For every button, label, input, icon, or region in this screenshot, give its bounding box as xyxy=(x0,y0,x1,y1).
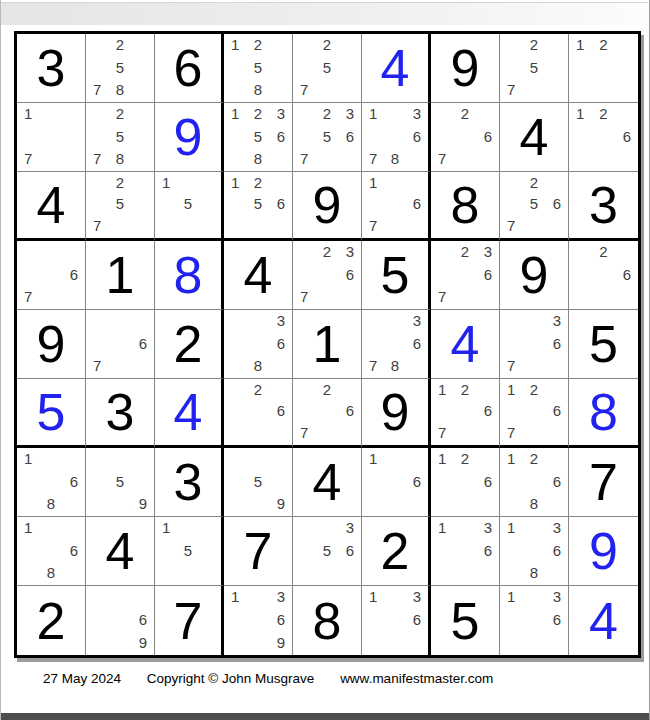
given-digit: 3 xyxy=(155,448,221,516)
pencil-mark-pos-1 xyxy=(300,382,318,401)
pencil-mark-pos-8 xyxy=(249,214,267,233)
pencil-mark-pos-2 xyxy=(386,313,403,333)
pencil-mark-pos-5: 5 xyxy=(111,471,129,491)
pencil-mark-pos-2 xyxy=(42,244,60,264)
cell-r8c8[interactable]: 1368 xyxy=(500,517,569,586)
given-digit: 4 xyxy=(86,517,154,585)
pencil-mark-pos-8: 8 xyxy=(525,491,543,511)
pencil-marks: 1368 xyxy=(500,517,568,585)
cell-r5c9[interactable]: 5 xyxy=(569,310,638,379)
footer: 27 May 2024 Copyright © John Musgrave ww… xyxy=(43,671,639,686)
pencil-mark-pos-2 xyxy=(525,313,543,333)
pencil-mark-pos-5: 5 xyxy=(249,126,267,146)
cell-r5c6[interactable]: 3678 xyxy=(362,310,431,379)
cell-r4c6[interactable]: 5 xyxy=(362,241,431,310)
pencil-mark-pos-6: 6 xyxy=(60,540,78,560)
cell-r7c3[interactable]: 3 xyxy=(155,448,224,517)
cell-r2c4[interactable]: 123568 xyxy=(224,103,293,172)
given-digit: 7 xyxy=(155,586,221,655)
pencil-mark-pos-6: 6 xyxy=(336,401,354,420)
pencil-mark-pos-6 xyxy=(267,57,285,77)
cell-r8c4[interactable]: 7 xyxy=(224,517,293,586)
pencil-marks: 356 xyxy=(293,517,361,585)
pencil-mark-pos-1 xyxy=(300,244,318,264)
cell-r7c9[interactable]: 7 xyxy=(569,448,638,517)
cell-r4c5[interactable]: 2367 xyxy=(293,241,362,310)
pencil-mark-pos-5 xyxy=(525,333,543,353)
cell-r5c1[interactable]: 9 xyxy=(17,310,86,379)
pencil-mark-pos-4 xyxy=(369,126,386,146)
pencil-mark-pos-1 xyxy=(300,106,318,126)
pencil-mark-pos-9: 9 xyxy=(129,491,147,511)
pencil-mark-pos-5: 5 xyxy=(318,57,336,77)
pencil-mark-pos-7 xyxy=(507,491,525,511)
pencil-mark-pos-3 xyxy=(197,175,214,194)
entered-digit: 8 xyxy=(155,241,221,309)
cell-r8c9[interactable]: 9 xyxy=(569,517,638,586)
pencil-mark-pos-5 xyxy=(456,540,474,560)
pencil-marks: 1369 xyxy=(224,586,292,655)
pencil-mark-pos-6 xyxy=(129,194,147,213)
pencil-mark-pos-7 xyxy=(231,630,249,650)
pencil-mark-pos-4 xyxy=(93,57,111,77)
cell-r3c1[interactable]: 4 xyxy=(17,172,86,241)
cell-r1c8[interactable]: 257 xyxy=(500,34,569,103)
pencil-marks: 26 xyxy=(224,379,292,445)
cell-r1c2[interactable]: 2578 xyxy=(86,34,155,103)
pencil-mark-pos-3 xyxy=(267,175,285,194)
given-digit: 5 xyxy=(431,586,499,655)
pencil-mark-pos-1: 1 xyxy=(24,106,42,126)
cell-r9c7[interactable]: 5 xyxy=(431,586,500,655)
pencil-mark-pos-9 xyxy=(60,284,78,304)
pencil-mark-pos-7: 7 xyxy=(507,353,525,373)
pencil-mark-pos-3 xyxy=(60,244,78,264)
pencil-mark-pos-9 xyxy=(129,146,147,166)
pencil-mark-pos-7: 7 xyxy=(369,353,386,373)
pencil-mark-pos-3: 3 xyxy=(267,313,285,333)
pencil-mark-pos-8 xyxy=(386,630,403,650)
cell-r3c8[interactable]: 2567 xyxy=(500,172,569,241)
pencil-mark-pos-7 xyxy=(24,560,42,580)
pencil-mark-pos-4 xyxy=(93,126,111,146)
pencil-mark-pos-2: 2 xyxy=(525,382,543,401)
cell-r9c3[interactable]: 7 xyxy=(155,586,224,655)
pencil-mark-pos-6 xyxy=(613,57,631,77)
cell-r2c8[interactable]: 4 xyxy=(500,103,569,172)
cell-r3c6[interactable]: 167 xyxy=(362,172,431,241)
pencil-mark-pos-4 xyxy=(438,401,456,420)
given-digit: 8 xyxy=(293,586,361,655)
pencil-mark-pos-1 xyxy=(93,589,111,609)
cell-r1c7[interactable]: 9 xyxy=(431,34,500,103)
pencil-mark-pos-6 xyxy=(129,126,147,146)
pencil-mark-pos-9 xyxy=(474,421,492,440)
pencil-marks: 69 xyxy=(86,586,154,655)
cell-r9c2[interactable]: 69 xyxy=(86,586,155,655)
pencil-mark-pos-5 xyxy=(386,471,403,491)
pencil-mark-pos-9 xyxy=(197,560,214,580)
cell-r1c9[interactable]: 12 xyxy=(569,34,638,103)
pencil-marks: 2578 xyxy=(86,103,154,171)
pencil-mark-pos-2: 2 xyxy=(525,175,543,194)
cell-r6c4[interactable]: 26 xyxy=(224,379,293,448)
pencil-mark-pos-6: 6 xyxy=(129,333,147,353)
pencil-mark-pos-6: 6 xyxy=(543,401,561,420)
pencil-mark-pos-8 xyxy=(179,560,196,580)
pencil-mark-pos-1: 1 xyxy=(576,37,594,57)
pencil-marks: 26 xyxy=(569,241,638,309)
cell-r6c1[interactable]: 5 xyxy=(17,379,86,448)
pencil-mark-pos-1 xyxy=(231,313,249,333)
entered-digit: 4 xyxy=(569,586,638,655)
pencil-mark-pos-6 xyxy=(60,126,78,146)
pencil-mark-pos-8: 8 xyxy=(42,560,60,580)
pencil-mark-pos-4 xyxy=(162,194,179,213)
cell-r7c6[interactable]: 16 xyxy=(362,448,431,517)
pencil-mark-pos-2: 2 xyxy=(525,37,543,57)
cell-r6c6[interactable]: 9 xyxy=(362,379,431,448)
cell-r5c5[interactable]: 1 xyxy=(293,310,362,379)
pencil-mark-pos-7 xyxy=(231,146,249,166)
cell-r2c6[interactable]: 13678 xyxy=(362,103,431,172)
pencil-mark-pos-5 xyxy=(42,540,60,560)
pencil-mark-pos-4 xyxy=(369,194,386,213)
cell-r6c9[interactable]: 8 xyxy=(569,379,638,448)
pencil-mark-pos-5 xyxy=(525,540,543,560)
pencil-mark-pos-2 xyxy=(525,520,543,540)
pencil-mark-pos-7: 7 xyxy=(24,146,42,166)
pencil-marks: 12 xyxy=(569,34,638,102)
pencil-mark-pos-7: 7 xyxy=(93,353,111,373)
entered-digit: 4 xyxy=(155,379,221,445)
cell-r6c3[interactable]: 4 xyxy=(155,379,224,448)
pencil-mark-pos-2 xyxy=(249,589,267,609)
pencil-mark-pos-3 xyxy=(60,520,78,540)
pencil-marks: 15 xyxy=(155,517,221,585)
pencil-mark-pos-2 xyxy=(525,589,543,609)
pencil-mark-pos-2: 2 xyxy=(456,106,474,126)
pencil-mark-pos-8 xyxy=(456,421,474,440)
pencil-mark-pos-8 xyxy=(318,77,336,97)
footer-copyright: Copyright © John Musgrave xyxy=(147,671,315,686)
pencil-mark-pos-3 xyxy=(613,106,631,126)
pencil-mark-pos-7: 7 xyxy=(369,146,386,166)
pencil-mark-pos-3 xyxy=(404,451,421,471)
pencil-mark-pos-6: 6 xyxy=(129,609,147,629)
pencil-mark-pos-9 xyxy=(543,630,561,650)
pencil-mark-pos-4 xyxy=(576,126,594,146)
given-digit: 9 xyxy=(500,241,568,309)
cell-r8c5[interactable]: 356 xyxy=(293,517,362,586)
pencil-mark-pos-1 xyxy=(231,451,249,471)
cell-r3c9[interactable]: 3 xyxy=(569,172,638,241)
pencil-mark-pos-1: 1 xyxy=(231,589,249,609)
cell-r1c4[interactable]: 1258 xyxy=(224,34,293,103)
pencil-mark-pos-2: 2 xyxy=(456,244,474,264)
pencil-mark-pos-4 xyxy=(93,609,111,629)
pencil-mark-pos-1 xyxy=(300,520,318,540)
pencil-mark-pos-6: 6 xyxy=(404,471,421,491)
cell-r6c5[interactable]: 267 xyxy=(293,379,362,448)
cell-r1c3[interactable]: 6 xyxy=(155,34,224,103)
pencil-mark-pos-8 xyxy=(318,146,336,166)
pencil-mark-pos-5 xyxy=(42,471,60,491)
pencil-mark-pos-3 xyxy=(129,313,147,333)
cell-r7c7[interactable]: 126 xyxy=(431,448,500,517)
cell-r1c1[interactable]: 3 xyxy=(17,34,86,103)
pencil-mark-pos-4 xyxy=(24,471,42,491)
cell-r5c3[interactable]: 2 xyxy=(155,310,224,379)
pencil-mark-pos-1 xyxy=(507,37,525,57)
pencil-mark-pos-8: 8 xyxy=(386,353,403,373)
cell-r4c9[interactable]: 26 xyxy=(569,241,638,310)
pencil-mark-pos-8 xyxy=(594,77,612,97)
pencil-mark-pos-5 xyxy=(249,333,267,353)
pencil-mark-pos-2: 2 xyxy=(249,175,267,194)
pencil-mark-pos-9 xyxy=(474,284,492,304)
pencil-marks: 13678 xyxy=(362,103,428,171)
cell-r9c4[interactable]: 1369 xyxy=(224,586,293,655)
pencil-mark-pos-2: 2 xyxy=(594,106,612,126)
cell-r5c7[interactable]: 4 xyxy=(431,310,500,379)
pencil-mark-pos-3 xyxy=(474,451,492,471)
pencil-mark-pos-1 xyxy=(300,37,318,57)
cell-r8c3[interactable]: 15 xyxy=(155,517,224,586)
cell-r7c8[interactable]: 1268 xyxy=(500,448,569,517)
pencil-mark-pos-3: 3 xyxy=(267,106,285,126)
pencil-mark-pos-9 xyxy=(336,77,354,97)
pencil-mark-pos-2 xyxy=(42,520,60,540)
pencil-mark-pos-1 xyxy=(93,313,111,333)
pencil-mark-pos-5: 5 xyxy=(111,126,129,146)
entered-digit: 8 xyxy=(569,379,638,445)
pencil-marks: 3678 xyxy=(362,310,428,378)
pencil-mark-pos-9 xyxy=(543,491,561,511)
pencil-mark-pos-9 xyxy=(60,560,78,580)
pencil-mark-pos-1 xyxy=(93,37,111,57)
cell-r7c5[interactable]: 4 xyxy=(293,448,362,517)
pencil-mark-pos-6: 6 xyxy=(613,264,631,284)
pencil-mark-pos-9 xyxy=(613,146,631,166)
cell-r8c6[interactable]: 2 xyxy=(362,517,431,586)
pencil-marks: 1256 xyxy=(224,172,292,238)
pencil-mark-pos-3 xyxy=(267,382,285,401)
pencil-mark-pos-3 xyxy=(543,451,561,471)
cell-r2c2[interactable]: 2578 xyxy=(86,103,155,172)
pencil-marks: 59 xyxy=(224,448,292,516)
pencil-mark-pos-3 xyxy=(474,382,492,401)
pencil-mark-pos-5: 5 xyxy=(249,471,267,491)
cell-r2c1[interactable]: 17 xyxy=(17,103,86,172)
given-digit: 1 xyxy=(86,241,154,309)
pencil-mark-pos-8 xyxy=(525,353,543,373)
pencil-marks: 2567 xyxy=(500,172,568,238)
pencil-mark-pos-5 xyxy=(594,264,612,284)
cell-r1c5[interactable]: 257 xyxy=(293,34,362,103)
pencil-marks: 123568 xyxy=(224,103,292,171)
cell-r8c1[interactable]: 168 xyxy=(17,517,86,586)
pencil-mark-pos-1: 1 xyxy=(162,175,179,194)
pencil-mark-pos-4 xyxy=(369,471,386,491)
pencil-mark-pos-6: 6 xyxy=(474,264,492,284)
cell-r7c2[interactable]: 59 xyxy=(86,448,155,517)
cell-r9c8[interactable]: 136 xyxy=(500,586,569,655)
entered-digit: 9 xyxy=(155,103,221,171)
pencil-mark-pos-4 xyxy=(438,126,456,146)
pencil-mark-pos-5: 5 xyxy=(111,57,129,77)
pencil-mark-pos-1: 1 xyxy=(438,451,456,471)
pencil-mark-pos-4 xyxy=(231,333,249,353)
cell-r2c5[interactable]: 23567 xyxy=(293,103,362,172)
cell-r2c3[interactable]: 9 xyxy=(155,103,224,172)
pencil-mark-pos-5 xyxy=(42,126,60,146)
pencil-mark-pos-7: 7 xyxy=(300,77,318,97)
pencil-mark-pos-2 xyxy=(111,313,129,333)
cell-r4c8[interactable]: 9 xyxy=(500,241,569,310)
pencil-mark-pos-5 xyxy=(318,264,336,284)
pencil-mark-pos-8: 8 xyxy=(525,560,543,580)
pencil-mark-pos-7: 7 xyxy=(93,146,111,166)
cell-r5c8[interactable]: 367 xyxy=(500,310,569,379)
cell-r4c7[interactable]: 2367 xyxy=(431,241,500,310)
pencil-mark-pos-6: 6 xyxy=(404,333,421,353)
pencil-mark-pos-5: 5 xyxy=(249,57,267,77)
pencil-mark-pos-6: 6 xyxy=(543,333,561,353)
pencil-mark-pos-1: 1 xyxy=(369,451,386,471)
pencil-mark-pos-8 xyxy=(249,630,267,650)
cell-r2c7[interactable]: 267 xyxy=(431,103,500,172)
pencil-mark-pos-6: 6 xyxy=(543,609,561,629)
pencil-mark-pos-5 xyxy=(456,264,474,284)
cell-r9c1[interactable]: 2 xyxy=(17,586,86,655)
pencil-mark-pos-9 xyxy=(543,214,561,233)
pencil-mark-pos-8 xyxy=(386,214,403,233)
pencil-mark-pos-6: 6 xyxy=(60,264,78,284)
pencil-mark-pos-5: 5 xyxy=(318,126,336,146)
pencil-mark-pos-7 xyxy=(231,491,249,511)
pencil-mark-pos-7 xyxy=(507,560,525,580)
entered-digit: 4 xyxy=(431,310,499,378)
pencil-mark-pos-9 xyxy=(336,284,354,304)
pencil-mark-pos-8: 8 xyxy=(386,146,403,166)
pencil-mark-pos-3: 3 xyxy=(543,520,561,540)
cell-r9c5[interactable]: 8 xyxy=(293,586,362,655)
cell-r9c9[interactable]: 4 xyxy=(569,586,638,655)
cell-r3c2[interactable]: 257 xyxy=(86,172,155,241)
pencil-mark-pos-3 xyxy=(267,451,285,471)
pencil-mark-pos-2: 2 xyxy=(249,37,267,57)
pencil-mark-pos-2 xyxy=(42,451,60,471)
pencil-mark-pos-5 xyxy=(594,126,612,146)
pencil-mark-pos-7: 7 xyxy=(300,146,318,166)
entered-digit: 5 xyxy=(17,379,85,445)
pencil-mark-pos-3 xyxy=(197,520,214,540)
pencil-marks: 2367 xyxy=(293,241,361,309)
pencil-mark-pos-9: 9 xyxy=(129,630,147,650)
footer-date: 27 May 2024 xyxy=(43,671,121,686)
cell-r3c3[interactable]: 15 xyxy=(155,172,224,241)
cell-r7c4[interactable]: 59 xyxy=(224,448,293,517)
pencil-mark-pos-7 xyxy=(231,214,249,233)
cell-r5c2[interactable]: 67 xyxy=(86,310,155,379)
pencil-mark-pos-4 xyxy=(507,540,525,560)
pencil-mark-pos-2 xyxy=(386,451,403,471)
pencil-mark-pos-1 xyxy=(369,313,386,333)
pencil-marks: 59 xyxy=(86,448,154,516)
pencil-mark-pos-8 xyxy=(111,214,129,233)
pencil-mark-pos-7: 7 xyxy=(507,421,525,440)
pencil-mark-pos-1: 1 xyxy=(369,106,386,126)
pencil-mark-pos-5 xyxy=(249,401,267,420)
given-digit: 3 xyxy=(86,379,154,445)
pencil-mark-pos-6: 6 xyxy=(404,194,421,213)
pencil-mark-pos-5 xyxy=(318,401,336,420)
pencil-mark-pos-8 xyxy=(594,284,612,304)
pencil-mark-pos-9 xyxy=(197,214,214,233)
pencil-mark-pos-6: 6 xyxy=(543,471,561,491)
pencil-mark-pos-3 xyxy=(129,589,147,609)
given-digit: 4 xyxy=(293,448,361,516)
cell-r8c7[interactable]: 136 xyxy=(431,517,500,586)
pencil-mark-pos-9 xyxy=(404,491,421,511)
cell-r3c4[interactable]: 1256 xyxy=(224,172,293,241)
cell-r1c6[interactable]: 4 xyxy=(362,34,431,103)
pencil-mark-pos-3: 3 xyxy=(336,244,354,264)
pencil-mark-pos-9 xyxy=(267,214,285,233)
cell-r6c7[interactable]: 1267 xyxy=(431,379,500,448)
pencil-mark-pos-6: 6 xyxy=(404,126,421,146)
pencil-mark-pos-6: 6 xyxy=(267,401,285,420)
given-digit: 7 xyxy=(569,448,638,516)
pencil-mark-pos-6 xyxy=(336,57,354,77)
given-digit: 4 xyxy=(224,241,292,309)
pencil-mark-pos-9 xyxy=(543,560,561,580)
cell-r8c2[interactable]: 4 xyxy=(86,517,155,586)
pencil-mark-pos-7: 7 xyxy=(438,421,456,440)
pencil-mark-pos-1 xyxy=(438,106,456,126)
cell-r4c4[interactable]: 4 xyxy=(224,241,293,310)
pencil-mark-pos-7: 7 xyxy=(93,77,111,97)
pencil-marks: 23567 xyxy=(293,103,361,171)
cell-r6c2[interactable]: 3 xyxy=(86,379,155,448)
pencil-mark-pos-6: 6 xyxy=(543,540,561,560)
pencil-mark-pos-5 xyxy=(386,126,403,146)
cell-r4c3[interactable]: 8 xyxy=(155,241,224,310)
cell-r3c7[interactable]: 8 xyxy=(431,172,500,241)
pencil-mark-pos-1: 1 xyxy=(231,37,249,57)
cell-r6c8[interactable]: 1267 xyxy=(500,379,569,448)
pencil-mark-pos-8 xyxy=(111,630,129,650)
cell-r4c1[interactable]: 67 xyxy=(17,241,86,310)
pencil-mark-pos-2 xyxy=(42,106,60,126)
pencil-marks: 367 xyxy=(500,310,568,378)
pencil-mark-pos-7: 7 xyxy=(507,77,525,97)
cell-r4c2[interactable]: 1 xyxy=(86,241,155,310)
pencil-mark-pos-4 xyxy=(231,401,249,420)
pencil-mark-pos-1 xyxy=(231,382,249,401)
pencil-mark-pos-2: 2 xyxy=(456,382,474,401)
pencil-mark-pos-2 xyxy=(386,175,403,194)
cell-r5c4[interactable]: 368 xyxy=(224,310,293,379)
cell-r7c1[interactable]: 168 xyxy=(17,448,86,517)
pencil-mark-pos-6 xyxy=(197,540,214,560)
pencil-mark-pos-6: 6 xyxy=(613,126,631,146)
cell-r9c6[interactable]: 136 xyxy=(362,586,431,655)
cell-r2c9[interactable]: 126 xyxy=(569,103,638,172)
pencil-mark-pos-1: 1 xyxy=(438,520,456,540)
cell-r3c5[interactable]: 9 xyxy=(293,172,362,241)
